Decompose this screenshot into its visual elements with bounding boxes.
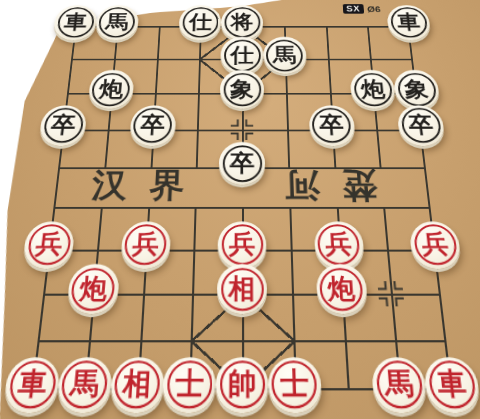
photo-frame: SX Ø6 汉界 楚河 車馬仕将車仕馬炮象炮象卒卒卒卒卒兵兵兵兵兵炮相炮車馬相士… [0, 0, 480, 419]
piece-black-advisor[interactable]: 仕 [179, 5, 222, 40]
piece-glyph: 相 [109, 357, 165, 413]
piece-glyph: 炮 [87, 70, 134, 109]
piece-glyph: 車 [422, 357, 480, 413]
river-text-chuhe: 楚河 [262, 166, 379, 205]
piece-glyph: 兵 [313, 221, 364, 269]
piece-glyph: 仕 [179, 5, 222, 40]
piece-black-chariot[interactable]: 車 [52, 5, 98, 40]
grid-cell [325, 26, 370, 59]
piece-glyph: 象 [220, 70, 264, 109]
piece-glyph: 兵 [408, 221, 462, 269]
piece-red-horse[interactable]: 馬 [55, 357, 113, 413]
xiangqi-board: SX Ø6 汉界 楚河 車馬仕将車仕馬炮象炮象卒卒卒卒卒兵兵兵兵兵炮相炮車馬相士… [0, 0, 480, 419]
piece-glyph: 卒 [219, 142, 266, 185]
point-marker [228, 118, 256, 140]
piece-glyph: 象 [393, 70, 441, 109]
piece-red-advisor[interactable]: 士 [162, 357, 216, 413]
piece-glyph: 炮 [66, 264, 120, 314]
piece-glyph: 卒 [129, 105, 176, 146]
piece-glyph: 車 [386, 5, 432, 40]
piece-glyph: 相 [217, 264, 268, 314]
piece-glyph: 馬 [94, 5, 139, 40]
piece-black-soldier[interactable]: 卒 [396, 105, 446, 146]
piece-red-elephant[interactable]: 相 [109, 357, 165, 413]
piece-glyph: 仕 [220, 37, 263, 74]
piece-black-advisor[interactable]: 仕 [220, 37, 263, 74]
piece-black-horse[interactable]: 馬 [263, 37, 307, 74]
piece-glyph: 士 [268, 357, 322, 413]
board-grid: 汉界 楚河 車馬仕将車仕馬炮象炮象卒卒卒卒卒兵兵兵兵兵炮相炮車馬相士帥士馬車 [32, 26, 453, 390]
grid-cell [140, 294, 192, 341]
piece-red-chariot[interactable]: 車 [422, 357, 480, 413]
piece-glyph: 卒 [396, 105, 446, 146]
piece-glyph: 馬 [55, 357, 113, 413]
piece-black-cannon[interactable]: 炮 [87, 70, 134, 109]
piece-black-elephant[interactable]: 象 [220, 70, 264, 109]
piece-glyph: 炮 [350, 70, 397, 109]
piece-glyph: 兵 [22, 221, 76, 269]
piece-glyph: 兵 [217, 221, 266, 269]
piece-glyph: 炮 [315, 264, 368, 314]
piece-red-chariot[interactable]: 車 [2, 357, 61, 413]
piece-black-soldier[interactable]: 卒 [129, 105, 176, 146]
piece-red-cannon[interactable]: 炮 [66, 264, 120, 314]
piece-red-soldier[interactable]: 兵 [217, 221, 266, 269]
brand-logo-text: SX [343, 4, 364, 13]
piece-red-elephant[interactable]: 相 [217, 264, 268, 314]
piece-glyph: 兵 [119, 221, 170, 269]
piece-glyph: 士 [162, 357, 216, 413]
piece-black-soldier[interactable]: 卒 [38, 105, 88, 146]
piece-red-horse[interactable]: 馬 [371, 357, 429, 413]
piece-glyph: 帥 [215, 357, 269, 413]
brand-size-mark: Ø6 [367, 5, 381, 14]
piece-black-cannon[interactable]: 炮 [350, 70, 397, 109]
piece-glyph: 卒 [308, 105, 355, 146]
piece-glyph: 車 [2, 357, 61, 413]
piece-black-general[interactable]: 将 [221, 5, 263, 40]
piece-glyph: 車 [52, 5, 98, 40]
grid-cell [155, 59, 200, 93]
piece-red-general[interactable]: 帥 [215, 357, 269, 413]
piece-glyph: 馬 [371, 357, 429, 413]
piece-red-advisor[interactable]: 士 [268, 357, 322, 413]
piece-black-soldier[interactable]: 卒 [308, 105, 355, 146]
river-text-hanjie: 汉界 [90, 166, 207, 205]
piece-red-soldier[interactable]: 兵 [22, 221, 76, 269]
piece-red-soldier[interactable]: 兵 [408, 221, 462, 269]
point-marker [374, 280, 408, 307]
piece-black-soldier[interactable]: 卒 [219, 142, 266, 185]
piece-black-horse[interactable]: 馬 [94, 5, 139, 40]
piece-black-chariot[interactable]: 車 [386, 5, 432, 40]
piece-black-elephant[interactable]: 象 [393, 70, 441, 109]
piece-glyph: 将 [221, 5, 263, 40]
piece-glyph: 卒 [38, 105, 88, 146]
piece-glyph: 馬 [263, 37, 307, 74]
brand-badge: SX Ø6 [343, 4, 381, 13]
grid-cell [380, 167, 431, 207]
piece-red-soldier[interactable]: 兵 [119, 221, 170, 269]
piece-red-cannon[interactable]: 炮 [315, 264, 368, 314]
piece-red-soldier[interactable]: 兵 [313, 221, 364, 269]
